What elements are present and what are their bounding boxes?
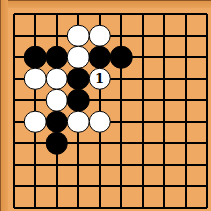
intersection-i8[interactable]: [175, 154, 197, 176]
intersection-b2[interactable]: [24, 25, 46, 47]
intersection-f5[interactable]: [110, 89, 132, 111]
intersection-a3[interactable]: [3, 46, 25, 68]
intersection-h2[interactable]: [153, 25, 175, 47]
intersection-a8[interactable]: [3, 154, 25, 176]
intersection-b3[interactable]: [24, 46, 46, 68]
intersection-d5[interactable]: [67, 89, 89, 111]
intersection-i3[interactable]: [175, 46, 197, 68]
white-stone: [67, 110, 90, 133]
intersection-j7[interactable]: [196, 132, 211, 154]
white-stone: [24, 67, 47, 90]
intersection-b1[interactable]: [24, 3, 46, 25]
white-stone: [24, 110, 47, 133]
intersection-f6[interactable]: [110, 111, 132, 133]
intersection-a1[interactable]: [3, 3, 25, 25]
intersection-b6[interactable]: [24, 111, 46, 133]
intersection-g6[interactable]: [132, 111, 154, 133]
intersection-b8[interactable]: [24, 154, 46, 176]
intersection-c4[interactable]: [46, 68, 68, 90]
intersection-j4[interactable]: [196, 68, 211, 90]
black-stone: [45, 132, 68, 155]
intersection-d1[interactable]: [67, 3, 89, 25]
intersection-e8[interactable]: [89, 154, 111, 176]
intersection-d2[interactable]: [67, 25, 89, 47]
intersection-g2[interactable]: [132, 25, 154, 47]
intersection-j5[interactable]: [196, 89, 211, 111]
white-stone: [45, 67, 68, 90]
intersection-e6[interactable]: [89, 111, 111, 133]
move-number-label: 1: [95, 72, 104, 85]
intersection-h4[interactable]: [153, 68, 175, 90]
intersection-h3[interactable]: [153, 46, 175, 68]
white-stone: [67, 46, 90, 69]
intersection-a4[interactable]: [3, 68, 25, 90]
intersection-f4[interactable]: [110, 68, 132, 90]
intersection-c1[interactable]: [46, 3, 68, 25]
intersection-e3[interactable]: [89, 46, 111, 68]
intersection-j3[interactable]: [196, 46, 211, 68]
intersection-d7[interactable]: [67, 132, 89, 154]
intersection-i5[interactable]: [175, 89, 197, 111]
intersection-i7[interactable]: [175, 132, 197, 154]
intersection-e9[interactable]: [89, 175, 111, 197]
black-stone: [67, 67, 90, 90]
intersection-h5[interactable]: [153, 89, 175, 111]
intersection-i9[interactable]: [175, 175, 197, 197]
intersection-c10[interactable]: [46, 197, 68, 211]
intersection-i10[interactable]: [175, 197, 197, 211]
intersection-f7[interactable]: [110, 132, 132, 154]
intersection-e2[interactable]: [89, 25, 111, 47]
intersection-a2[interactable]: [3, 25, 25, 47]
intersection-f9[interactable]: [110, 175, 132, 197]
go-grid: 1: [3, 3, 211, 211]
intersection-e7[interactable]: [89, 132, 111, 154]
intersection-h6[interactable]: [153, 111, 175, 133]
intersection-b10[interactable]: [24, 197, 46, 211]
intersection-f1[interactable]: [110, 3, 132, 25]
intersection-d8[interactable]: [67, 154, 89, 176]
black-stone: [45, 46, 68, 69]
intersection-j1[interactable]: [196, 3, 211, 25]
intersection-g9[interactable]: [132, 175, 154, 197]
intersection-i4[interactable]: [175, 68, 197, 90]
intersection-h8[interactable]: [153, 154, 175, 176]
intersection-c7[interactable]: [46, 132, 68, 154]
white-stone: [67, 24, 90, 47]
intersection-c2[interactable]: [46, 25, 68, 47]
intersection-d9[interactable]: [67, 175, 89, 197]
white-stone: [88, 110, 111, 133]
intersection-g3[interactable]: [132, 46, 154, 68]
intersection-c5[interactable]: [46, 89, 68, 111]
intersection-b9[interactable]: [24, 175, 46, 197]
intersection-h9[interactable]: [153, 175, 175, 197]
intersection-g7[interactable]: [132, 132, 154, 154]
intersection-f2[interactable]: [110, 25, 132, 47]
intersection-a9[interactable]: [3, 175, 25, 197]
intersection-d10[interactable]: [67, 197, 89, 211]
intersection-j6[interactable]: [196, 111, 211, 133]
intersection-j8[interactable]: [196, 154, 211, 176]
black-stone: [45, 110, 68, 133]
intersection-f10[interactable]: [110, 197, 132, 211]
black-stone: [88, 46, 111, 69]
black-stone: [110, 46, 133, 69]
white-stone: 1: [88, 67, 111, 90]
intersection-b7[interactable]: [24, 132, 46, 154]
intersection-a10[interactable]: [3, 197, 25, 211]
intersection-d4[interactable]: [67, 68, 89, 90]
intersection-h10[interactable]: [153, 197, 175, 211]
intersection-a6[interactable]: [3, 111, 25, 133]
intersection-i2[interactable]: [175, 25, 197, 47]
intersection-c6[interactable]: [46, 111, 68, 133]
intersection-f3[interactable]: [110, 46, 132, 68]
intersection-g1[interactable]: [132, 3, 154, 25]
intersection-g5[interactable]: [132, 89, 154, 111]
intersection-h1[interactable]: [153, 3, 175, 25]
intersection-c9[interactable]: [46, 175, 68, 197]
intersection-c8[interactable]: [46, 154, 68, 176]
intersection-b4[interactable]: [24, 68, 46, 90]
intersection-e1[interactable]: [89, 3, 111, 25]
intersection-e10[interactable]: [89, 197, 111, 211]
white-stone: [88, 24, 111, 47]
intersection-a5[interactable]: [3, 89, 25, 111]
intersection-d6[interactable]: [67, 111, 89, 133]
go-board-diagram: 1: [0, 0, 211, 211]
intersection-h7[interactable]: [153, 132, 175, 154]
intersection-e4[interactable]: 1: [89, 68, 111, 90]
intersection-j2[interactable]: [196, 25, 211, 47]
black-stone: [67, 89, 90, 112]
intersection-j9[interactable]: [196, 175, 211, 197]
intersection-d3[interactable]: [67, 46, 89, 68]
black-stone: [24, 46, 47, 69]
intersection-i6[interactable]: [175, 111, 197, 133]
intersection-b5[interactable]: [24, 89, 46, 111]
intersection-g10[interactable]: [132, 197, 154, 211]
intersection-i1[interactable]: [175, 3, 197, 25]
intersection-c3[interactable]: [46, 46, 68, 68]
intersection-j10[interactable]: [196, 197, 211, 211]
white-stone: [45, 89, 68, 112]
intersection-g4[interactable]: [132, 68, 154, 90]
intersection-e5[interactable]: [89, 89, 111, 111]
intersection-a7[interactable]: [3, 132, 25, 154]
intersection-g8[interactable]: [132, 154, 154, 176]
intersection-f8[interactable]: [110, 154, 132, 176]
